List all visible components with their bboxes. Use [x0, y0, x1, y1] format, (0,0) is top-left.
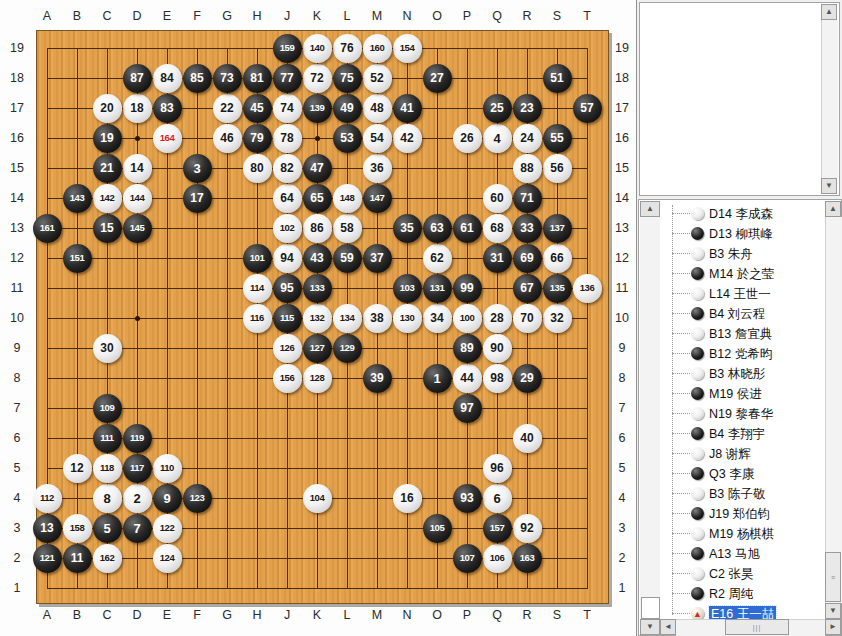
- tree-branch-line: [672, 273, 690, 274]
- stone-R14[interactable]: 71: [513, 184, 542, 213]
- stone-J12[interactable]: 94: [273, 244, 302, 273]
- stone-H10[interactable]: 116: [243, 304, 272, 333]
- stone-P9[interactable]: 89: [453, 334, 482, 363]
- stone-B3[interactable]: 158: [63, 514, 92, 543]
- stone-B12[interactable]: 151: [63, 244, 92, 273]
- stone-number: 75: [340, 72, 353, 84]
- stone-T17[interactable]: 57: [573, 94, 602, 123]
- stone-M16[interactable]: 54: [363, 124, 392, 153]
- stone-F15[interactable]: 3: [183, 154, 212, 183]
- move-label[interactable]: B4 李翔宇: [709, 426, 765, 443]
- stone-S15[interactable]: 56: [543, 154, 572, 183]
- tree-scroll-down-button[interactable]: ▼: [825, 603, 841, 619]
- stone-J14[interactable]: 64: [273, 184, 302, 213]
- stone-number: 33: [520, 222, 533, 234]
- stone-number: 73: [220, 72, 233, 84]
- stone-D13[interactable]: 145: [123, 214, 152, 243]
- move-label[interactable]: M19 杨棋棋: [709, 526, 774, 543]
- coord-label-top: L: [337, 9, 357, 23]
- stone-J9[interactable]: 126: [273, 334, 302, 363]
- stone-Q13[interactable]: 68: [483, 214, 512, 243]
- stone-number: 127: [310, 343, 324, 353]
- stone-S18[interactable]: 51: [543, 64, 572, 93]
- stone-K15[interactable]: 47: [303, 154, 332, 183]
- stone-M8[interactable]: 39: [363, 364, 392, 393]
- move-list-item[interactable]: B4 李翔宇: [639, 424, 841, 444]
- tree-scroll-up-button[interactable]: ▲: [825, 201, 841, 217]
- stone-A2[interactable]: 121: [33, 544, 62, 573]
- comment-scroll-up-button[interactable]: ▲: [821, 4, 837, 20]
- move-label[interactable]: Q3 李康: [709, 466, 754, 483]
- move-list-item[interactable]: C2 张昊: [639, 564, 841, 584]
- stone-N19[interactable]: 154: [393, 34, 422, 63]
- stone-R15[interactable]: 88: [513, 154, 542, 183]
- coord-label-right: 9: [609, 341, 635, 355]
- stone-number: 71: [520, 192, 533, 204]
- stone-S16[interactable]: 55: [543, 124, 572, 153]
- grid-line-vertical: [77, 48, 78, 589]
- stone-number: 107: [460, 553, 474, 563]
- stone-N10[interactable]: 130: [393, 304, 422, 333]
- stone-H18[interactable]: 81: [243, 64, 272, 93]
- stone-B5[interactable]: 12: [63, 454, 92, 483]
- stone-Q8[interactable]: 98: [483, 364, 512, 393]
- stone-number: 40: [520, 432, 533, 444]
- stone-J10[interactable]: 115: [273, 304, 302, 333]
- stone-L13[interactable]: 58: [333, 214, 362, 243]
- stone-E2[interactable]: 124: [153, 544, 182, 573]
- stone-H17[interactable]: 45: [243, 94, 272, 123]
- stone-D15[interactable]: 14: [123, 154, 152, 183]
- stone-K9[interactable]: 127: [303, 334, 332, 363]
- move-list-item[interactable]: M19 杨棋棋: [639, 524, 841, 544]
- stone-S13[interactable]: 137: [543, 214, 572, 243]
- stone-number: 162: [100, 553, 114, 563]
- move-label[interactable]: D14 李成森: [709, 206, 773, 223]
- move-list-item[interactable]: B3 朱舟: [639, 244, 841, 264]
- stone-number: 145: [130, 223, 144, 233]
- comment-scroll-down-button[interactable]: ▼: [821, 178, 837, 194]
- stone-R11[interactable]: 67: [513, 274, 542, 303]
- move-list-item[interactable]: N19 黎春华: [639, 404, 841, 424]
- stone-C6[interactable]: 111: [93, 424, 122, 453]
- stone-G18[interactable]: 73: [213, 64, 242, 93]
- stone-M14[interactable]: 147: [363, 184, 392, 213]
- stone-P11[interactable]: 99: [453, 274, 482, 303]
- stone-O18[interactable]: 27: [423, 64, 452, 93]
- move-label[interactable]: R2 周纯: [709, 586, 753, 603]
- stone-C14[interactable]: 142: [93, 184, 122, 213]
- tree-hscrollbar-thumb[interactable]: |||: [725, 619, 789, 635]
- stone-H16[interactable]: 79: [243, 124, 272, 153]
- stone-R8[interactable]: 29: [513, 364, 542, 393]
- stone-number: 67: [520, 282, 533, 294]
- stone-K17[interactable]: 139: [303, 94, 332, 123]
- stone-F14[interactable]: 17: [183, 184, 212, 213]
- stone-S10[interactable]: 32: [543, 304, 572, 333]
- coord-label-left: 16: [4, 131, 30, 145]
- move-list-item[interactable]: J19 郑伯钧: [639, 504, 841, 524]
- stone-R6[interactable]: 40: [513, 424, 542, 453]
- stone-number: 131: [430, 283, 444, 293]
- black-stone-icon: [691, 547, 704, 560]
- stone-D6[interactable]: 119: [123, 424, 152, 453]
- stone-R17[interactable]: 23: [513, 94, 542, 123]
- stone-P8[interactable]: 44: [453, 364, 482, 393]
- stone-number: 48: [370, 102, 383, 114]
- stone-E18[interactable]: 84: [153, 64, 182, 93]
- stone-number: 61: [460, 222, 473, 234]
- move-list-item[interactable]: Q3 李康: [639, 464, 841, 484]
- stone-M19[interactable]: 160: [363, 34, 392, 63]
- stone-number: 36: [370, 162, 383, 174]
- move-list-item[interactable]: M14 於之莹: [639, 264, 841, 284]
- stone-S12[interactable]: 66: [543, 244, 572, 273]
- stone-number: 74: [280, 102, 293, 114]
- stone-C5[interactable]: 118: [93, 454, 122, 483]
- stone-number: 45: [250, 102, 263, 114]
- stone-number: 66: [550, 252, 563, 264]
- stone-C17[interactable]: 20: [93, 94, 122, 123]
- stone-M15[interactable]: 36: [363, 154, 392, 183]
- move-label[interactable]: A13 马旭: [709, 546, 760, 563]
- tree-scrollbar-thumb[interactable]: ≡: [825, 552, 841, 602]
- stone-number: 65: [310, 192, 323, 204]
- move-label[interactable]: B4 刘云程: [709, 306, 765, 323]
- stone-N13[interactable]: 35: [393, 214, 422, 243]
- coord-label-right: 6: [609, 431, 635, 445]
- stone-J19[interactable]: 159: [273, 34, 302, 63]
- stone-E17[interactable]: 83: [153, 94, 182, 123]
- move-list-item[interactable]: L14 王世一: [639, 284, 841, 304]
- stone-number: 53: [340, 132, 353, 144]
- stone-L10[interactable]: 134: [333, 304, 362, 333]
- stone-number: 39: [370, 372, 383, 384]
- stone-L16[interactable]: 53: [333, 124, 362, 153]
- stone-D5[interactable]: 117: [123, 454, 152, 483]
- stone-Q2[interactable]: 106: [483, 544, 512, 573]
- stone-C2[interactable]: 162: [93, 544, 122, 573]
- star-point: [135, 136, 140, 141]
- tree-branch-line: [672, 213, 690, 214]
- stone-number: 96: [490, 462, 503, 474]
- tree-branch-line: [672, 533, 690, 534]
- stone-D14[interactable]: 144: [123, 184, 152, 213]
- move-label[interactable]: B13 詹宜典: [709, 326, 772, 343]
- move-list-item[interactable]: B3 林晓彤: [639, 364, 841, 384]
- go-review-window: { "game": "go", "board": { "size": 19, "…: [0, 0, 842, 636]
- stone-N4[interactable]: 16: [393, 484, 422, 513]
- stone-E16[interactable]: 164: [153, 124, 182, 153]
- stone-C9[interactable]: 30: [93, 334, 122, 363]
- coord-label-left: 8: [4, 371, 30, 385]
- stone-R2[interactable]: 163: [513, 544, 542, 573]
- stone-K8[interactable]: 128: [303, 364, 332, 393]
- stone-Q10[interactable]: 28: [483, 304, 512, 333]
- stone-number: 136: [580, 283, 594, 293]
- stone-number: 117: [130, 463, 144, 473]
- grid-line-horizontal: [47, 408, 588, 409]
- white-stone-icon: [691, 287, 704, 300]
- move-label[interactable]: M14 於之莹: [709, 266, 774, 283]
- tree-branch-line: [672, 353, 690, 354]
- coord-label-left: 18: [4, 71, 30, 85]
- move-label[interactable]: D13 柳琪峰: [709, 226, 773, 243]
- stone-K18[interactable]: 72: [303, 64, 332, 93]
- stone-H11[interactable]: 114: [243, 274, 272, 303]
- stone-P16[interactable]: 26: [453, 124, 482, 153]
- stone-O12[interactable]: 62: [423, 244, 452, 273]
- stone-C4[interactable]: 8: [93, 484, 122, 513]
- coord-label-right: 12: [609, 251, 635, 265]
- white-stone-icon: [691, 407, 704, 420]
- stone-O11[interactable]: 131: [423, 274, 452, 303]
- stone-number: 118: [100, 463, 114, 473]
- stone-A3[interactable]: 13: [33, 514, 62, 543]
- stone-number: 16: [400, 492, 413, 504]
- stone-E4[interactable]: 9: [153, 484, 182, 513]
- stone-L18[interactable]: 75: [333, 64, 362, 93]
- stone-D3[interactable]: 7: [123, 514, 152, 543]
- move-label[interactable]: B3 陈子敬: [709, 486, 765, 503]
- stone-Q12[interactable]: 31: [483, 244, 512, 273]
- stone-K13[interactable]: 86: [303, 214, 332, 243]
- stone-N17[interactable]: 41: [393, 94, 422, 123]
- stone-F4[interactable]: 123: [183, 484, 212, 513]
- stone-number: 163: [520, 553, 534, 563]
- move-list-item[interactable]: D14 李成森: [639, 204, 841, 224]
- stone-M12[interactable]: 37: [363, 244, 392, 273]
- stone-number: 58: [340, 222, 353, 234]
- coord-label-bottom: N: [397, 608, 417, 622]
- stone-M10[interactable]: 38: [363, 304, 392, 333]
- stone-number: 62: [430, 252, 443, 264]
- arrow-left-icon: ◄: [664, 623, 672, 631]
- stone-C7[interactable]: 109: [93, 394, 122, 423]
- move-label[interactable]: B3 林晓彤: [709, 366, 765, 383]
- stone-N11[interactable]: 103: [393, 274, 422, 303]
- stone-number: 18: [130, 102, 143, 114]
- tree-branch-line: [672, 333, 690, 334]
- stone-M17[interactable]: 48: [363, 94, 392, 123]
- stone-number: 68: [490, 222, 503, 234]
- stone-L9[interactable]: 129: [333, 334, 362, 363]
- stone-J11[interactable]: 95: [273, 274, 302, 303]
- stone-number: 34: [430, 312, 443, 324]
- stone-J18[interactable]: 77: [273, 64, 302, 93]
- black-stone-icon: [691, 227, 704, 240]
- black-stone-icon: [691, 507, 704, 520]
- stone-O10[interactable]: 34: [423, 304, 452, 333]
- stone-P2[interactable]: 107: [453, 544, 482, 573]
- stone-D4[interactable]: 2: [123, 484, 152, 513]
- move-list-item[interactable]: J8 谢辉: [639, 444, 841, 464]
- stone-number: 59: [340, 252, 353, 264]
- stone-Q17[interactable]: 25: [483, 94, 512, 123]
- stone-number: 148: [340, 193, 354, 203]
- black-stone-icon: [691, 467, 704, 480]
- stone-A4[interactable]: 112: [33, 484, 62, 513]
- tree-scroll-left-button[interactable]: ◄: [660, 619, 676, 635]
- stone-L14[interactable]: 148: [333, 184, 362, 213]
- stone-K4[interactable]: 104: [303, 484, 332, 513]
- stone-J15[interactable]: 82: [273, 154, 302, 183]
- stone-number: 54: [370, 132, 383, 144]
- stone-R13[interactable]: 33: [513, 214, 542, 243]
- stone-Q14[interactable]: 60: [483, 184, 512, 213]
- coord-label-left: 12: [4, 251, 30, 265]
- stone-H12[interactable]: 101: [243, 244, 272, 273]
- stone-number: 147: [370, 193, 384, 203]
- coord-label-right: 8: [609, 371, 635, 385]
- stone-K12[interactable]: 43: [303, 244, 332, 273]
- coord-label-top: R: [517, 9, 537, 23]
- stone-number: 78: [280, 132, 293, 144]
- stone-Q16[interactable]: 4: [483, 124, 512, 153]
- stone-E5[interactable]: 110: [153, 454, 182, 483]
- stone-J8[interactable]: 156: [273, 364, 302, 393]
- white-stone-icon: [691, 367, 704, 380]
- stone-A13[interactable]: 161: [33, 214, 62, 243]
- stone-O8[interactable]: 1: [423, 364, 452, 393]
- stone-R12[interactable]: 69: [513, 244, 542, 273]
- stone-R16[interactable]: 24: [513, 124, 542, 153]
- stone-M18[interactable]: 52: [363, 64, 392, 93]
- coord-label-bottom: M: [367, 608, 387, 622]
- stone-K10[interactable]: 132: [303, 304, 332, 333]
- stone-number: 97: [460, 402, 473, 414]
- stone-Q3[interactable]: 157: [483, 514, 512, 543]
- stone-number: 44: [460, 372, 473, 384]
- coord-label-right: 11: [609, 281, 635, 295]
- coord-label-top: F: [187, 9, 207, 23]
- stone-number: 70: [520, 312, 533, 324]
- stone-G16[interactable]: 46: [213, 124, 242, 153]
- stone-B2[interactable]: 11: [63, 544, 92, 573]
- coord-label-bottom: H: [247, 608, 267, 622]
- tree-branch-line: [672, 433, 690, 434]
- move-list-item[interactable]: R2 周纯: [639, 584, 841, 604]
- move-label[interactable]: J19 郑伯钧: [709, 506, 770, 523]
- stone-number: 99: [460, 282, 473, 294]
- stone-number: 82: [280, 162, 293, 174]
- stone-P4[interactable]: 93: [453, 484, 482, 513]
- coord-label-right: 17: [609, 101, 635, 115]
- move-list-item[interactable]: B4 刘云程: [639, 304, 841, 324]
- stone-D17[interactable]: 18: [123, 94, 152, 123]
- stone-O3[interactable]: 105: [423, 514, 452, 543]
- star-point: [315, 136, 320, 141]
- move-label[interactable]: J8 谢辉: [709, 446, 751, 463]
- stone-C3[interactable]: 5: [93, 514, 122, 543]
- coord-label-top: D: [127, 9, 147, 23]
- stone-Q4[interactable]: 6: [483, 484, 512, 513]
- move-label[interactable]: N19 黎春华: [709, 406, 773, 423]
- stone-number: 35: [400, 222, 413, 234]
- comment-scrollbar-track[interactable]: [821, 20, 838, 178]
- stone-N16[interactable]: 42: [393, 124, 422, 153]
- stone-number: 24: [520, 132, 533, 144]
- star-point: [135, 316, 140, 321]
- stone-C15[interactable]: 21: [93, 154, 122, 183]
- stone-L12[interactable]: 59: [333, 244, 362, 273]
- move-label[interactable]: C2 张昊: [709, 566, 753, 583]
- move-label[interactable]: B12 党希昀: [709, 346, 772, 363]
- stone-G17[interactable]: 22: [213, 94, 242, 123]
- stone-O13[interactable]: 63: [423, 214, 452, 243]
- stone-P13[interactable]: 61: [453, 214, 482, 243]
- move-list-item[interactable]: M19 侯进: [639, 384, 841, 404]
- move-list-item[interactable]: A13 马旭: [639, 544, 841, 564]
- stone-P10[interactable]: 100: [453, 304, 482, 333]
- coord-label-left: 7: [4, 401, 30, 415]
- stone-number: 124: [160, 553, 174, 563]
- coord-label-right: 4: [609, 491, 635, 505]
- stone-B14[interactable]: 143: [63, 184, 92, 213]
- stone-H15[interactable]: 80: [243, 154, 272, 183]
- tree-scroll-right-button[interactable]: ►: [825, 619, 841, 635]
- stone-number: 143: [70, 193, 84, 203]
- coord-label-right: 18: [609, 71, 635, 85]
- move-list-item[interactable]: B3 陈子敬: [639, 484, 841, 504]
- stone-J16[interactable]: 78: [273, 124, 302, 153]
- coord-label-bottom: F: [187, 608, 207, 622]
- stone-number: 90: [490, 342, 503, 354]
- stone-L19[interactable]: 76: [333, 34, 362, 63]
- move-list-item[interactable]: B13 詹宜典: [639, 324, 841, 344]
- arrow-up-icon: ▲: [829, 205, 837, 213]
- move-label[interactable]: M19 侯进: [709, 386, 762, 403]
- stone-C13[interactable]: 15: [93, 214, 122, 243]
- tree-scrollbar-track[interactable]: [825, 217, 842, 603]
- move-label[interactable]: B3 朱舟: [709, 246, 753, 263]
- stone-number: 88: [520, 162, 533, 174]
- move-list-item[interactable]: D13 柳琪峰: [639, 224, 841, 244]
- stone-D18[interactable]: 87: [123, 64, 152, 93]
- coord-label-left: 13: [4, 221, 30, 235]
- stone-R3[interactable]: 92: [513, 514, 542, 543]
- stone-E3[interactable]: 122: [153, 514, 182, 543]
- stone-S11[interactable]: 135: [543, 274, 572, 303]
- stone-C16[interactable]: 19: [93, 124, 122, 153]
- stone-J13[interactable]: 102: [273, 214, 302, 243]
- coord-label-bottom: E: [157, 608, 177, 622]
- stone-R10[interactable]: 70: [513, 304, 542, 333]
- stone-P7[interactable]: 97: [453, 394, 482, 423]
- stone-J17[interactable]: 74: [273, 94, 302, 123]
- tree-branch-line: [672, 233, 690, 234]
- stone-K14[interactable]: 65: [303, 184, 332, 213]
- coord-label-left: 17: [4, 101, 30, 115]
- tree-branch-line: [672, 373, 690, 374]
- move-list-item[interactable]: B12 党希昀: [639, 344, 841, 364]
- stone-Q9[interactable]: 90: [483, 334, 512, 363]
- coord-label-top: P: [457, 9, 477, 23]
- move-label[interactable]: L14 王世一: [709, 286, 771, 303]
- stone-number: 122: [160, 523, 174, 533]
- stone-number: 64: [280, 192, 293, 204]
- stone-number: 3: [193, 162, 200, 175]
- white-stone-icon: [691, 207, 704, 220]
- coord-label-top: O: [427, 9, 447, 23]
- stone-K11[interactable]: 133: [303, 274, 332, 303]
- stone-T11[interactable]: 136: [573, 274, 602, 303]
- stone-L17[interactable]: 49: [333, 94, 362, 123]
- coord-label-left: 15: [4, 161, 30, 175]
- stone-K19[interactable]: 140: [303, 34, 332, 63]
- stone-F18[interactable]: 85: [183, 64, 212, 93]
- stone-Q5[interactable]: 96: [483, 454, 512, 483]
